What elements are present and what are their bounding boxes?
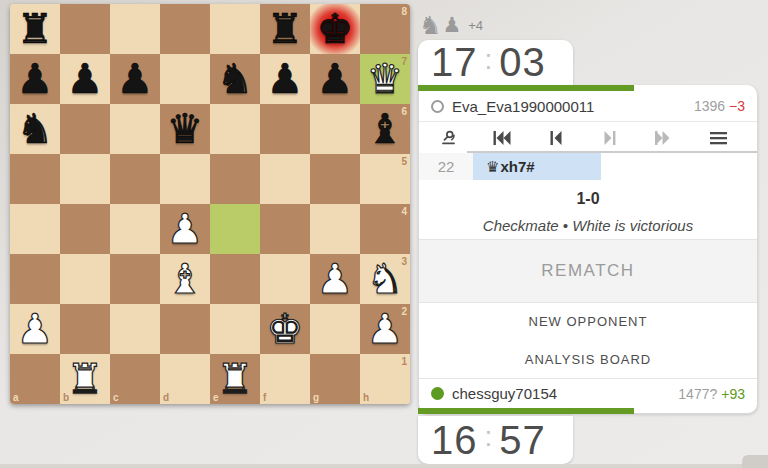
square-h5[interactable]: 5 <box>360 154 410 204</box>
square-h1[interactable]: 1h <box>360 354 410 404</box>
square-e2[interactable] <box>210 304 260 354</box>
square-b4[interactable] <box>60 204 110 254</box>
square-b1[interactable]: ♜b <box>60 354 110 404</box>
piece-white-pawn: ♟ <box>17 304 54 354</box>
clock-bottom-seconds: 57 <box>499 418 546 463</box>
square-d7[interactable] <box>160 54 210 104</box>
player-bottom-rating: 1477?+93 <box>678 386 745 402</box>
square-h4[interactable]: 4 <box>360 204 410 254</box>
piece-white-pawn: ♟ <box>167 204 204 254</box>
square-b5[interactable] <box>60 154 110 204</box>
file-label: h <box>363 392 369 403</box>
clock-bottom-minutes: 16 <box>431 418 478 463</box>
rank-label: 3 <box>401 256 407 267</box>
square-c2[interactable] <box>110 304 160 354</box>
square-a8[interactable]: ♜ <box>10 4 60 54</box>
square-d4[interactable]: ♟ <box>160 204 210 254</box>
square-h3[interactable]: ♞3 <box>360 254 410 304</box>
piece-black-king: ♚ <box>317 4 354 54</box>
player-top-rating: 1396−3 <box>694 98 745 114</box>
piece-black-pawn: ♟ <box>67 54 104 104</box>
square-c8[interactable] <box>110 4 160 54</box>
square-g5[interactable] <box>310 154 360 204</box>
square-h8[interactable]: 8 <box>360 4 410 54</box>
rank-label: 5 <box>401 156 407 167</box>
square-g1[interactable]: g <box>310 354 360 404</box>
player-top-name[interactable]: Eva_Eva1990000011 <box>452 98 594 115</box>
rank-label: 2 <box>401 306 407 317</box>
square-h2[interactable]: ♟2 <box>360 304 410 354</box>
clock-bottom: 16 : 57 <box>418 416 573 464</box>
player-top-rating-diff: −3 <box>729 98 745 114</box>
square-g2[interactable] <box>310 304 360 354</box>
move-toolbar <box>419 122 757 153</box>
piece-black-bishop: ♝ <box>367 104 404 154</box>
clock-top-minutes: 17 <box>431 40 478 85</box>
square-h7[interactable]: ♛7 <box>360 54 410 104</box>
square-b2[interactable] <box>60 304 110 354</box>
file-label: f <box>263 392 266 403</box>
rematch-button[interactable]: REMATCH <box>419 239 757 303</box>
square-c1[interactable]: c <box>110 354 160 404</box>
square-g4[interactable] <box>310 204 360 254</box>
square-h6[interactable]: ♝6 <box>360 104 410 154</box>
file-label: g <box>313 392 319 403</box>
square-c4[interactable] <box>110 204 160 254</box>
square-b8[interactable] <box>60 4 110 54</box>
square-d6[interactable]: ♛ <box>160 104 210 154</box>
square-f2[interactable]: ♚ <box>260 304 310 354</box>
file-label: a <box>13 392 19 403</box>
square-a1[interactable]: a <box>10 354 60 404</box>
square-e5[interactable] <box>210 154 260 204</box>
new-opponent-button[interactable]: NEW OPPONENT <box>419 303 757 340</box>
current-move[interactable]: ♛xh7# <box>473 153 601 180</box>
piece-black-queen: ♛ <box>167 104 204 154</box>
offline-status-icon <box>431 100 444 113</box>
clock-top-seconds: 03 <box>499 40 546 85</box>
captured-knight-icon: ♞ <box>419 11 441 40</box>
square-b3[interactable] <box>60 254 110 304</box>
square-f6[interactable] <box>260 104 310 154</box>
player-row-bottom: chessguy70154 1477?+93 <box>419 378 757 408</box>
file-label: b <box>63 392 69 403</box>
chess-board: ♜♜♚8♟♟♟♞♟♟♛7♞♛♝65♟4♝♟♞3♟♚♟2a♜bcd♜efg1h <box>10 4 410 404</box>
square-e3[interactable] <box>210 254 260 304</box>
file-label: c <box>113 392 119 403</box>
square-a3[interactable] <box>10 254 60 304</box>
square-g7[interactable]: ♟ <box>310 54 360 104</box>
clock-top-colon: : <box>485 44 493 76</box>
result-block: 1-0 Checkmate • White is victorious <box>419 180 757 239</box>
clock-progress-bar-top <box>418 85 634 91</box>
bottom-edge-strip <box>0 464 768 468</box>
square-a6[interactable]: ♞ <box>10 104 60 154</box>
square-f8[interactable]: ♜ <box>260 4 310 54</box>
rank-label: 6 <box>401 106 407 117</box>
piece-black-pawn: ♟ <box>267 54 304 104</box>
corner-widget <box>742 455 768 468</box>
square-a5[interactable] <box>10 154 60 204</box>
clock-bottom-colon: : <box>485 421 493 453</box>
square-e6[interactable] <box>210 104 260 154</box>
piece-white-knight: ♞ <box>367 254 404 304</box>
move-number: 22 <box>419 153 473 180</box>
result-description: Checkmate • White is victorious <box>419 217 757 234</box>
piece-black-pawn: ♟ <box>117 54 154 104</box>
square-g3[interactable]: ♟ <box>310 254 360 304</box>
next-move-icon[interactable] <box>597 126 623 150</box>
first-move-icon[interactable] <box>489 126 515 150</box>
square-d1[interactable]: d <box>160 354 210 404</box>
rank-label: 8 <box>401 6 407 17</box>
square-g8[interactable]: ♚ <box>310 4 360 54</box>
square-a7[interactable]: ♟ <box>10 54 60 104</box>
analysis-board-button[interactable]: ANALYSIS BOARD <box>419 340 757 378</box>
piece-black-knight: ♞ <box>17 104 54 154</box>
square-f5[interactable] <box>260 154 310 204</box>
piece-white-bishop: ♝ <box>167 254 204 304</box>
square-f7[interactable]: ♟ <box>260 54 310 104</box>
square-a4[interactable] <box>10 204 60 254</box>
rank-label: 1 <box>401 356 407 367</box>
piece-black-pawn: ♟ <box>17 54 54 104</box>
square-d3[interactable]: ♝ <box>160 254 210 304</box>
player-bottom-rating-diff: +93 <box>721 386 745 402</box>
square-b6[interactable] <box>60 104 110 154</box>
square-e7[interactable]: ♞ <box>210 54 260 104</box>
piece-black-knight: ♞ <box>217 54 254 104</box>
square-d8[interactable] <box>160 4 210 54</box>
square-a2[interactable]: ♟ <box>10 304 60 354</box>
result-score: 1-0 <box>419 190 757 208</box>
square-e1[interactable]: ♜e <box>210 354 260 404</box>
square-f4[interactable] <box>260 204 310 254</box>
clock-top: 17 : 03 <box>418 40 573 85</box>
square-e4[interactable] <box>210 204 260 254</box>
rank-label: 7 <box>401 56 407 67</box>
piece-black-rook: ♜ <box>267 4 304 54</box>
piece-white-rook: ♜ <box>67 354 104 404</box>
rank-label: 4 <box>401 206 407 217</box>
move-list: 22 ♛xh7# <box>419 153 757 180</box>
queen-move-icon: ♛ <box>486 158 499 176</box>
square-e8[interactable] <box>210 4 260 54</box>
file-label: d <box>163 392 169 403</box>
square-d2[interactable] <box>160 304 210 354</box>
square-f1[interactable]: f <box>260 354 310 404</box>
player-bottom-name[interactable]: chessguy70154 <box>452 385 557 402</box>
prev-move-icon[interactable] <box>543 126 569 150</box>
last-move-icon[interactable] <box>651 126 677 150</box>
square-c7[interactable]: ♟ <box>110 54 160 104</box>
piece-white-rook: ♜ <box>217 354 254 404</box>
piece-white-pawn: ♟ <box>367 304 404 354</box>
captured-pawn-icon: ♟ <box>442 13 461 37</box>
game-panel: Eva_Eva1990000011 1396−3 <box>418 85 758 414</box>
piece-black-rook: ♜ <box>17 4 54 54</box>
square-d5[interactable] <box>160 154 210 204</box>
player-row-top: Eva_Eva1990000011 1396−3 <box>419 91 757 122</box>
square-f3[interactable] <box>260 254 310 304</box>
menu-icon[interactable] <box>705 126 731 150</box>
material-advantage: +4 <box>468 18 483 33</box>
move-san: xh7# <box>500 158 534 175</box>
piece-white-king: ♚ <box>267 304 304 354</box>
file-label: e <box>213 392 219 403</box>
square-c6[interactable] <box>110 104 160 154</box>
captured-pieces: ♞ ♟ +4 <box>419 12 483 38</box>
square-g6[interactable] <box>310 104 360 154</box>
square-b7[interactable]: ♟ <box>60 54 110 104</box>
online-status-icon <box>431 387 444 400</box>
square-c3[interactable] <box>110 254 160 304</box>
clock-progress-bar-bottom <box>418 408 634 414</box>
piece-white-queen: ♛ <box>367 54 404 104</box>
piece-white-pawn: ♟ <box>317 254 354 304</box>
piece-black-pawn: ♟ <box>317 54 354 104</box>
analysis-icon[interactable] <box>435 126 461 150</box>
square-c5[interactable] <box>110 154 160 204</box>
